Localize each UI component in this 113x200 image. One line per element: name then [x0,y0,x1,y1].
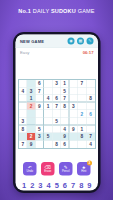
caption-brand: SUDOKU [51,8,76,14]
cell-r1c5[interactable]: 3 [53,80,61,88]
numpad-4[interactable]: 4 [46,182,50,190]
cell-r2c4[interactable] [44,88,52,96]
app-header: NEW GAME ◉▦✎ [16,35,99,49]
numpad-7[interactable]: 7 [71,182,75,190]
cell-r5c4[interactable] [44,110,52,118]
cell-r6c6[interactable] [61,118,69,126]
cell-r8c6[interactable]: 9 [61,133,69,141]
cell-r8c3[interactable]: 3 [36,133,44,141]
caption-no1: No.1 [18,8,31,14]
promo-caption: No.1 DAILY SUDOKU GAME [0,8,113,14]
cell-r2c5[interactable] [53,88,61,96]
cell-r2c3[interactable]: 7 [36,88,44,96]
numpad-8[interactable]: 8 [79,182,83,190]
cell-r3c9[interactable]: 8 [86,95,94,103]
cell-r2c2[interactable]: 3 [27,88,35,96]
number-pad: 123456789 [16,182,99,190]
cell-r1c2[interactable] [27,80,35,88]
cell-r5c9[interactable]: 6 [86,110,94,118]
cell-r3c8[interactable] [78,95,86,103]
cell-r1c7[interactable] [69,80,77,88]
numpad-5[interactable]: 5 [55,182,59,190]
cell-r3c1[interactable] [19,95,27,103]
cell-r8c1[interactable] [19,133,27,141]
pencil-button[interactable]: ✎Pencil [59,162,73,176]
purple-background: No.1 DAILY SUDOKU GAME NEW GAME ◉▦✎ Easy… [0,0,113,200]
cell-r9c2[interactable]: 9 [27,140,35,148]
cell-r2c6[interactable]: 5 [61,88,69,96]
numpad-1[interactable]: 1 [22,182,26,190]
phone-mockup: NEW GAME ◉▦✎ Easy 06:17 6317437514678291… [13,32,101,193]
cell-r3c3[interactable] [36,95,44,103]
cell-r5c2[interactable] [27,110,35,118]
cell-r9c6[interactable]: 6 [61,140,69,148]
cell-r6c3[interactable] [36,118,44,126]
cell-r7c6[interactable]: 4 [61,125,69,133]
cell-r1c8[interactable]: 7 [78,80,86,88]
page-title: NEW GAME [20,39,44,44]
cell-r3c7[interactable] [69,95,77,103]
cell-r8c2[interactable]: 2 [27,133,35,141]
cell-r4c4[interactable]: 1 [44,103,52,111]
cell-r3c6[interactable]: 7 [61,95,69,103]
cell-r5c3[interactable] [36,110,44,118]
records-icon[interactable]: ◉ [68,38,75,45]
cell-r4c5[interactable]: 7 [53,103,61,111]
cell-r4c1[interactable] [19,103,27,111]
header-buttons: ◉▦✎ [65,38,94,45]
cell-r8c5[interactable] [53,133,61,141]
app-screen: NEW GAME ◉▦✎ Easy 06:17 6317437514678291… [16,35,99,191]
cell-r8c7[interactable] [69,133,77,141]
cell-r4c7[interactable]: 3 [69,103,77,111]
action-label: Pencil [62,170,69,173]
cell-r9c3[interactable] [36,140,44,148]
status-bar: Easy 06:17 [16,48,99,57]
sudoku-board: 631743751467829178326358549123598779864 [18,79,96,149]
cell-r6c8[interactable] [78,118,86,126]
cell-r4c6[interactable]: 8 [61,103,69,111]
cell-r1c9[interactable] [86,80,94,88]
cell-r4c9[interactable] [86,103,94,111]
timer-value: 06:17 [83,50,94,55]
cell-r9c5[interactable]: 8 [53,140,61,148]
cell-r9c9[interactable]: 4 [86,140,94,148]
cell-r7c2[interactable] [27,125,35,133]
edit-icon[interactable]: ✎ [87,38,94,45]
hint-button[interactable]: ★Hint3 [77,162,91,176]
cell-r1c1[interactable] [19,80,27,88]
numpad-3[interactable]: 3 [38,182,42,190]
cell-r1c6[interactable]: 1 [61,80,69,88]
cell-r5c1[interactable] [19,110,27,118]
action-label: Hint [81,170,86,173]
cell-r8c9[interactable]: 7 [86,133,94,141]
cell-r1c3[interactable]: 6 [36,80,44,88]
action-button-row: ↶Undo⌫Erase✎Pencil★Hint3 [16,162,99,176]
action-label: Erase [44,170,51,173]
numpad-9[interactable]: 9 [87,182,91,190]
cell-r5c8[interactable]: 2 [78,110,86,118]
action-label: Undo [26,170,33,173]
cell-r9c4[interactable] [44,140,52,148]
cell-r3c5[interactable]: 6 [53,95,61,103]
cell-r2c1[interactable]: 4 [19,88,27,96]
erase-button[interactable]: ⌫Erase [41,162,55,176]
numpad-2[interactable]: 2 [30,182,34,190]
cell-r6c1[interactable]: 3 [19,118,27,126]
cell-r6c2[interactable] [27,118,35,126]
cell-r2c9[interactable] [86,88,94,96]
cell-r7c3[interactable]: 5 [36,125,44,133]
cell-r6c7[interactable] [69,118,77,126]
cell-r5c6[interactable] [61,110,69,118]
cell-r9c1[interactable]: 7 [19,140,27,148]
cell-r8c8[interactable]: 8 [78,133,86,141]
numpad-6[interactable]: 6 [63,182,67,190]
cell-r3c4[interactable]: 4 [44,95,52,103]
cell-r4c2[interactable]: 2 [27,103,35,111]
promo-screenshot: No.1 DAILY SUDOKU GAME NEW GAME ◉▦✎ Easy… [0,0,113,200]
cell-r2c8[interactable] [78,88,86,96]
cell-r6c5[interactable]: 5 [53,118,61,126]
cell-r9c7[interactable] [69,140,77,148]
cell-r4c3[interactable]: 9 [36,103,44,111]
difficulty-label: Easy [20,50,29,55]
cell-r7c1[interactable]: 8 [19,125,27,133]
cell-r5c5[interactable] [53,110,61,118]
cell-r1c4[interactable] [44,80,52,88]
hint-count-badge: 3 [87,161,92,166]
cell-r5c7[interactable] [69,110,77,118]
undo-button[interactable]: ↶Undo [23,162,37,176]
cell-r7c4[interactable] [44,125,52,133]
cell-r7c7[interactable]: 9 [69,125,77,133]
cell-r7c8[interactable]: 1 [78,125,86,133]
cell-r6c4[interactable] [44,118,52,126]
cell-r2c7[interactable] [69,88,77,96]
cell-r7c9[interactable] [86,125,94,133]
cell-r7c5[interactable] [53,125,61,133]
cell-r8c4[interactable]: 5 [44,133,52,141]
cell-r4c8[interactable] [78,103,86,111]
cell-r3c2[interactable]: 1 [27,95,35,103]
cell-r6c9[interactable] [86,118,94,126]
cell-r9c8[interactable] [78,140,86,148]
themes-icon[interactable]: ▦ [77,38,84,45]
